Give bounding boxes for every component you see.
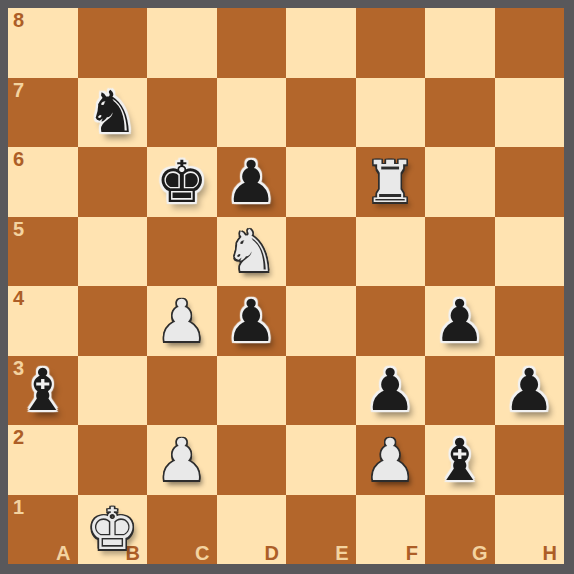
square-f8[interactable]	[356, 8, 426, 78]
piece-black-pawn-h3[interactable]: ♟	[503, 361, 555, 419]
piece-black-bishop-g2[interactable]: ♝	[434, 431, 486, 489]
rank-label-8: 8	[13, 9, 24, 31]
square-a4[interactable]: 4	[8, 286, 78, 356]
piece-black-pawn-d4[interactable]: ♟	[225, 292, 277, 350]
piece-white-knight-d5[interactable]: ♞	[225, 222, 277, 280]
chess-board-frame: 87♞6♚♟♜5♞4♟♟♟3♝♟♟2♟♟♝1AB♚CDEFGH	[0, 0, 574, 574]
square-a5[interactable]: 5	[8, 217, 78, 287]
square-e8[interactable]	[286, 8, 356, 78]
piece-black-pawn-f3[interactable]: ♟	[364, 361, 416, 419]
square-h2[interactable]	[495, 425, 565, 495]
square-d5[interactable]: ♞	[217, 217, 287, 287]
square-f1[interactable]: F	[356, 495, 426, 565]
square-d2[interactable]	[217, 425, 287, 495]
square-g3[interactable]	[425, 356, 495, 426]
rank-label-4: 4	[13, 287, 24, 309]
square-f3[interactable]: ♟	[356, 356, 426, 426]
square-g1[interactable]: G	[425, 495, 495, 565]
chess-board: 87♞6♚♟♜5♞4♟♟♟3♝♟♟2♟♟♝1AB♚CDEFGH	[8, 8, 564, 564]
square-a6[interactable]: 6	[8, 147, 78, 217]
square-g5[interactable]	[425, 217, 495, 287]
square-g6[interactable]	[425, 147, 495, 217]
square-c8[interactable]	[147, 8, 217, 78]
square-c2[interactable]: ♟	[147, 425, 217, 495]
square-f2[interactable]: ♟	[356, 425, 426, 495]
rank-label-5: 5	[13, 218, 24, 240]
square-h3[interactable]: ♟	[495, 356, 565, 426]
rank-label-1: 1	[13, 496, 24, 518]
square-e2[interactable]	[286, 425, 356, 495]
square-e4[interactable]	[286, 286, 356, 356]
square-e5[interactable]	[286, 217, 356, 287]
piece-black-knight-b7[interactable]: ♞	[86, 83, 138, 141]
square-h7[interactable]	[495, 78, 565, 148]
square-d8[interactable]	[217, 8, 287, 78]
rank-label-7: 7	[13, 79, 24, 101]
square-c5[interactable]	[147, 217, 217, 287]
square-b3[interactable]	[78, 356, 148, 426]
piece-white-pawn-c2[interactable]: ♟	[156, 431, 208, 489]
file-label-h: H	[543, 542, 557, 564]
square-h5[interactable]	[495, 217, 565, 287]
square-b8[interactable]	[78, 8, 148, 78]
square-d4[interactable]: ♟	[217, 286, 287, 356]
square-e3[interactable]	[286, 356, 356, 426]
square-e6[interactable]	[286, 147, 356, 217]
square-a8[interactable]: 8	[8, 8, 78, 78]
piece-white-rook-f6[interactable]: ♜	[364, 153, 416, 211]
square-g4[interactable]: ♟	[425, 286, 495, 356]
file-label-g: G	[472, 542, 488, 564]
square-b6[interactable]	[78, 147, 148, 217]
square-h1[interactable]: H	[495, 495, 565, 565]
square-b4[interactable]	[78, 286, 148, 356]
square-b1[interactable]: B♚	[78, 495, 148, 565]
square-c4[interactable]: ♟	[147, 286, 217, 356]
file-label-c: C	[195, 542, 209, 564]
square-b7[interactable]: ♞	[78, 78, 148, 148]
square-a2[interactable]: 2	[8, 425, 78, 495]
piece-black-pawn-d6[interactable]: ♟	[225, 153, 277, 211]
rank-label-6: 6	[13, 148, 24, 170]
rank-label-2: 2	[13, 426, 24, 448]
square-g8[interactable]	[425, 8, 495, 78]
square-a1[interactable]: 1A	[8, 495, 78, 565]
square-d6[interactable]: ♟	[217, 147, 287, 217]
square-c7[interactable]	[147, 78, 217, 148]
square-f5[interactable]	[356, 217, 426, 287]
square-f6[interactable]: ♜	[356, 147, 426, 217]
piece-white-king-b1[interactable]: ♚	[86, 500, 138, 558]
square-h6[interactable]	[495, 147, 565, 217]
square-b5[interactable]	[78, 217, 148, 287]
piece-black-pawn-g4[interactable]: ♟	[434, 292, 486, 350]
piece-white-pawn-f2[interactable]: ♟	[364, 431, 416, 489]
square-f7[interactable]	[356, 78, 426, 148]
square-a7[interactable]: 7	[8, 78, 78, 148]
square-g7[interactable]	[425, 78, 495, 148]
square-c6[interactable]: ♚	[147, 147, 217, 217]
file-label-d: D	[265, 542, 279, 564]
piece-black-king-c6[interactable]: ♚	[156, 153, 208, 211]
file-label-a: A	[56, 542, 70, 564]
file-label-e: E	[335, 542, 348, 564]
square-c1[interactable]: C	[147, 495, 217, 565]
square-h4[interactable]	[495, 286, 565, 356]
square-e7[interactable]	[286, 78, 356, 148]
piece-black-bishop-a3[interactable]: ♝	[17, 361, 69, 419]
square-c3[interactable]	[147, 356, 217, 426]
square-e1[interactable]: E	[286, 495, 356, 565]
square-h8[interactable]	[495, 8, 565, 78]
square-d3[interactable]	[217, 356, 287, 426]
piece-white-pawn-c4[interactable]: ♟	[156, 292, 208, 350]
square-d1[interactable]: D	[217, 495, 287, 565]
square-g2[interactable]: ♝	[425, 425, 495, 495]
square-d7[interactable]	[217, 78, 287, 148]
square-a3[interactable]: 3♝	[8, 356, 78, 426]
square-f4[interactable]	[356, 286, 426, 356]
file-label-f: F	[406, 542, 418, 564]
square-b2[interactable]	[78, 425, 148, 495]
